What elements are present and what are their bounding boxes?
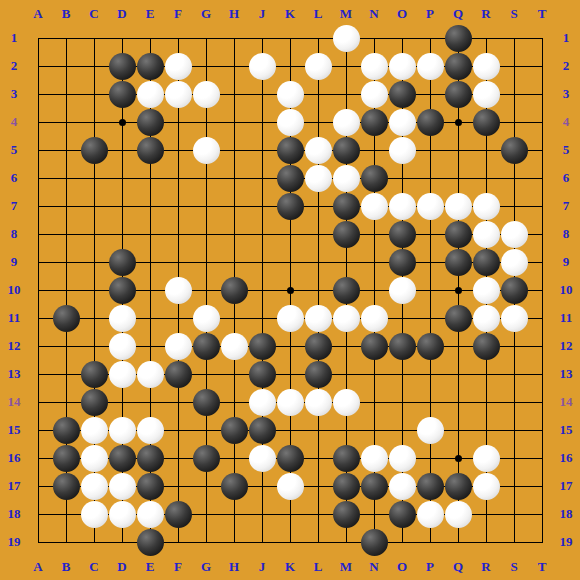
row-label-18: 18: [560, 506, 573, 522]
row-label-6: 6: [563, 170, 570, 186]
black-stone-M17: [333, 473, 360, 500]
black-stone-B16: [53, 445, 80, 472]
white-stone-H12: [221, 333, 248, 360]
row-label-4: 4: [11, 114, 18, 130]
black-stone-C14: [81, 389, 108, 416]
column-label-H: H: [229, 559, 239, 575]
column-label-S: S: [510, 559, 517, 575]
row-label-2: 2: [563, 58, 570, 74]
white-stone-L14: [305, 389, 332, 416]
black-stone-F18: [165, 501, 192, 528]
white-stone-P15: [417, 417, 444, 444]
row-label-19: 19: [560, 534, 573, 550]
row-label-13: 13: [8, 366, 21, 382]
white-stone-D18: [109, 501, 136, 528]
black-stone-N19: [361, 529, 388, 556]
white-stone-G5: [193, 137, 220, 164]
row-label-3: 3: [11, 86, 18, 102]
column-label-F: F: [174, 559, 182, 575]
white-stone-C17: [81, 473, 108, 500]
column-label-G: G: [201, 6, 211, 22]
column-label-A: A: [33, 559, 42, 575]
white-stone-P7: [417, 193, 444, 220]
white-stone-O16: [389, 445, 416, 472]
column-label-E: E: [146, 559, 155, 575]
row-label-7: 7: [11, 198, 18, 214]
row-label-18: 18: [8, 506, 21, 522]
white-stone-M11: [333, 305, 360, 332]
black-stone-B17: [53, 473, 80, 500]
row-label-19: 19: [8, 534, 21, 550]
column-label-D: D: [117, 6, 126, 22]
white-stone-D11: [109, 305, 136, 332]
black-stone-O12: [389, 333, 416, 360]
white-stone-M1: [333, 25, 360, 52]
black-stone-N4: [361, 109, 388, 136]
black-stone-C13: [81, 361, 108, 388]
column-label-L: L: [314, 559, 323, 575]
row-label-10: 10: [560, 282, 573, 298]
white-stone-L5: [305, 137, 332, 164]
white-stone-R8: [473, 221, 500, 248]
black-stone-D9: [109, 249, 136, 276]
black-stone-E2: [137, 53, 164, 80]
row-label-9: 9: [11, 254, 18, 270]
black-stone-M10: [333, 277, 360, 304]
black-stone-E4: [137, 109, 164, 136]
white-stone-R2: [473, 53, 500, 80]
row-label-2: 2: [11, 58, 18, 74]
white-stone-G11: [193, 305, 220, 332]
star-point: [455, 287, 462, 294]
row-label-14: 14: [560, 394, 573, 410]
white-stone-M4: [333, 109, 360, 136]
black-stone-Q11: [445, 305, 472, 332]
row-label-15: 15: [560, 422, 573, 438]
row-label-15: 15: [8, 422, 21, 438]
column-label-K: K: [285, 6, 295, 22]
white-stone-M14: [333, 389, 360, 416]
black-stone-F13: [165, 361, 192, 388]
star-point: [119, 119, 126, 126]
white-stone-F10: [165, 277, 192, 304]
column-label-N: N: [369, 559, 378, 575]
black-stone-Q3: [445, 81, 472, 108]
black-stone-R9: [473, 249, 500, 276]
white-stone-E13: [137, 361, 164, 388]
column-label-B: B: [62, 559, 71, 575]
black-stone-N17: [361, 473, 388, 500]
black-stone-S10: [501, 277, 528, 304]
black-stone-D10: [109, 277, 136, 304]
row-label-8: 8: [11, 226, 18, 242]
white-stone-D17: [109, 473, 136, 500]
white-stone-E18: [137, 501, 164, 528]
white-stone-E3: [137, 81, 164, 108]
column-label-K: K: [285, 559, 295, 575]
row-label-4: 4: [563, 114, 570, 130]
black-stone-M18: [333, 501, 360, 528]
black-stone-E5: [137, 137, 164, 164]
white-stone-S9: [501, 249, 528, 276]
column-label-P: P: [426, 6, 434, 22]
white-stone-K11: [277, 305, 304, 332]
black-stone-O3: [389, 81, 416, 108]
black-stone-G16: [193, 445, 220, 472]
white-stone-J2: [249, 53, 276, 80]
black-stone-G12: [193, 333, 220, 360]
white-stone-K17: [277, 473, 304, 500]
white-stone-E15: [137, 417, 164, 444]
row-label-9: 9: [563, 254, 570, 270]
black-stone-Q9: [445, 249, 472, 276]
star-point: [455, 119, 462, 126]
black-stone-K16: [277, 445, 304, 472]
row-label-10: 10: [8, 282, 21, 298]
column-label-T: T: [538, 559, 547, 575]
black-stone-N12: [361, 333, 388, 360]
black-stone-R4: [473, 109, 500, 136]
column-label-A: A: [33, 6, 42, 22]
row-label-6: 6: [11, 170, 18, 186]
black-stone-Q8: [445, 221, 472, 248]
white-stone-S11: [501, 305, 528, 332]
black-stone-C5: [81, 137, 108, 164]
white-stone-N7: [361, 193, 388, 220]
black-stone-M8: [333, 221, 360, 248]
black-stone-K7: [277, 193, 304, 220]
black-stone-O9: [389, 249, 416, 276]
white-stone-L6: [305, 165, 332, 192]
black-stone-H17: [221, 473, 248, 500]
white-stone-Q18: [445, 501, 472, 528]
black-stone-D16: [109, 445, 136, 472]
column-label-C: C: [89, 559, 98, 575]
row-label-3: 3: [563, 86, 570, 102]
white-stone-N3: [361, 81, 388, 108]
white-stone-R16: [473, 445, 500, 472]
white-stone-Q7: [445, 193, 472, 220]
white-stone-N16: [361, 445, 388, 472]
column-label-M: M: [340, 559, 352, 575]
black-stone-M7: [333, 193, 360, 220]
white-stone-O17: [389, 473, 416, 500]
black-stone-P17: [417, 473, 444, 500]
white-stone-O4: [389, 109, 416, 136]
white-stone-J14: [249, 389, 276, 416]
row-label-5: 5: [11, 142, 18, 158]
column-label-R: R: [481, 559, 490, 575]
black-stone-H15: [221, 417, 248, 444]
black-stone-M16: [333, 445, 360, 472]
white-stone-S8: [501, 221, 528, 248]
column-label-G: G: [201, 559, 211, 575]
white-stone-C16: [81, 445, 108, 472]
white-stone-D15: [109, 417, 136, 444]
column-label-Q: Q: [453, 6, 463, 22]
row-label-14: 14: [8, 394, 21, 410]
black-stone-J13: [249, 361, 276, 388]
white-stone-L11: [305, 305, 332, 332]
column-label-L: L: [314, 6, 323, 22]
white-stone-O5: [389, 137, 416, 164]
column-label-N: N: [369, 6, 378, 22]
black-stone-E17: [137, 473, 164, 500]
row-label-16: 16: [560, 450, 573, 466]
black-stone-Q17: [445, 473, 472, 500]
white-stone-M6: [333, 165, 360, 192]
white-stone-N2: [361, 53, 388, 80]
column-label-F: F: [174, 6, 182, 22]
black-stone-K5: [277, 137, 304, 164]
row-label-7: 7: [563, 198, 570, 214]
white-stone-P2: [417, 53, 444, 80]
row-label-5: 5: [563, 142, 570, 158]
white-stone-J16: [249, 445, 276, 472]
column-label-E: E: [146, 6, 155, 22]
column-label-P: P: [426, 559, 434, 575]
column-label-J: J: [259, 6, 266, 22]
black-stone-R12: [473, 333, 500, 360]
white-stone-C15: [81, 417, 108, 444]
white-stone-R3: [473, 81, 500, 108]
row-label-12: 12: [560, 338, 573, 354]
column-label-M: M: [340, 6, 352, 22]
white-stone-G3: [193, 81, 220, 108]
white-stone-O2: [389, 53, 416, 80]
black-stone-P4: [417, 109, 444, 136]
column-label-S: S: [510, 6, 517, 22]
column-label-H: H: [229, 6, 239, 22]
column-label-O: O: [397, 559, 407, 575]
white-stone-F3: [165, 81, 192, 108]
white-stone-R7: [473, 193, 500, 220]
column-label-B: B: [62, 6, 71, 22]
row-label-11: 11: [8, 310, 20, 326]
black-stone-M5: [333, 137, 360, 164]
column-label-D: D: [117, 559, 126, 575]
black-stone-Q1: [445, 25, 472, 52]
row-label-1: 1: [563, 30, 570, 46]
row-label-17: 17: [560, 478, 573, 494]
white-stone-F2: [165, 53, 192, 80]
white-stone-K14: [277, 389, 304, 416]
black-stone-Q2: [445, 53, 472, 80]
white-stone-C18: [81, 501, 108, 528]
white-stone-K3: [277, 81, 304, 108]
white-stone-K4: [277, 109, 304, 136]
white-stone-R11: [473, 305, 500, 332]
row-label-17: 17: [8, 478, 21, 494]
white-stone-P18: [417, 501, 444, 528]
go-board[interactable]: AABBCCDDEEFFGGHHJJKKLLMMNNOOPPQQRRSSTT11…: [0, 0, 580, 580]
column-label-O: O: [397, 6, 407, 22]
star-point: [287, 287, 294, 294]
white-stone-D13: [109, 361, 136, 388]
black-stone-L13: [305, 361, 332, 388]
star-point: [455, 455, 462, 462]
white-stone-O7: [389, 193, 416, 220]
black-stone-D3: [109, 81, 136, 108]
white-stone-L2: [305, 53, 332, 80]
black-stone-K6: [277, 165, 304, 192]
column-label-T: T: [538, 6, 547, 22]
row-label-16: 16: [8, 450, 21, 466]
black-stone-O18: [389, 501, 416, 528]
black-stone-H10: [221, 277, 248, 304]
white-stone-F12: [165, 333, 192, 360]
black-stone-E16: [137, 445, 164, 472]
black-stone-P12: [417, 333, 444, 360]
row-label-13: 13: [560, 366, 573, 382]
black-stone-J15: [249, 417, 276, 444]
column-label-R: R: [481, 6, 490, 22]
white-stone-O10: [389, 277, 416, 304]
column-label-J: J: [259, 559, 266, 575]
black-stone-L12: [305, 333, 332, 360]
row-label-11: 11: [560, 310, 572, 326]
white-stone-N11: [361, 305, 388, 332]
black-stone-O8: [389, 221, 416, 248]
white-stone-R17: [473, 473, 500, 500]
black-stone-B11: [53, 305, 80, 332]
row-label-12: 12: [8, 338, 21, 354]
column-label-C: C: [89, 6, 98, 22]
black-stone-S5: [501, 137, 528, 164]
black-stone-N6: [361, 165, 388, 192]
row-label-8: 8: [563, 226, 570, 242]
black-stone-J12: [249, 333, 276, 360]
row-label-1: 1: [11, 30, 18, 46]
black-stone-D2: [109, 53, 136, 80]
black-stone-E19: [137, 529, 164, 556]
white-stone-R10: [473, 277, 500, 304]
black-stone-G14: [193, 389, 220, 416]
column-label-Q: Q: [453, 559, 463, 575]
white-stone-D12: [109, 333, 136, 360]
black-stone-B15: [53, 417, 80, 444]
